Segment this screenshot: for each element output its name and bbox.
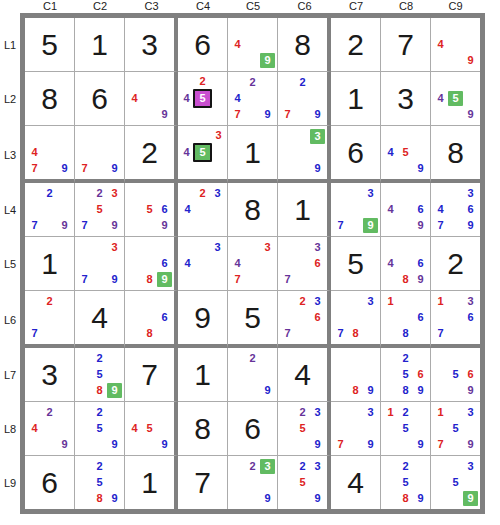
cell-value: 1 (228, 126, 277, 179)
candidate-4: 4 (180, 255, 195, 271)
candidate-2: 2 (92, 404, 107, 420)
candidate-1: 1 (383, 404, 398, 420)
cell-L7C1[interactable]: 3 (25, 348, 75, 402)
cell-value: 6 (331, 126, 380, 179)
cell-value: 6 (25, 456, 74, 509)
candidate-7: 7 (230, 107, 245, 123)
candidate-6: 6 (157, 255, 172, 271)
cell-value: 1 (25, 237, 74, 290)
candidate-9: 9 (157, 107, 172, 123)
cell-L8C6[interactable]: 2359 (278, 402, 331, 456)
candidate-7: 7 (27, 161, 42, 177)
candidate-5: 5 (448, 474, 463, 490)
candidate-8: 8 (348, 326, 363, 342)
cell-L4C5[interactable]: 8 (228, 183, 278, 237)
candidate-1: 1 (433, 404, 448, 420)
cell-L9C6[interactable]: 2359 (278, 456, 331, 509)
cell-L9C2[interactable]: 2589 (75, 456, 125, 509)
cell-value: 3 (125, 18, 174, 71)
cell-value: 8 (431, 126, 480, 179)
cell-L9C4[interactable]: 7 (178, 456, 228, 509)
cell-value: 6 (178, 18, 227, 71)
cell-L5C7[interactable]: 5 (331, 237, 381, 291)
candidate-grid: 367 (278, 237, 327, 290)
candidate-grid: 279 (278, 72, 327, 125)
candidate-4: 4 (180, 201, 195, 217)
cell-L9C1[interactable]: 6 (25, 456, 75, 509)
candidate-grid: 259 (75, 402, 124, 455)
candidate-3: 3 (463, 458, 478, 474)
cell-value: 4 (75, 291, 124, 344)
cell-L5C8[interactable]: 4689 (381, 237, 431, 291)
candidate-4: 4 (27, 420, 42, 436)
candidate-7: 7 (27, 326, 42, 342)
cell-L1C8[interactable]: 7 (381, 18, 431, 72)
candidate-8: 8 (92, 491, 107, 507)
candidate-9: 9 (260, 107, 275, 123)
row-label-L5: L5 (0, 237, 20, 291)
candidate-9: 9 (260, 383, 275, 399)
cell-value: 1 (125, 456, 174, 509)
candidate-2: 2 (245, 350, 260, 366)
candidate-9: 9 (57, 218, 72, 234)
cell-value: 2 (125, 126, 174, 179)
cell-L3C1[interactable]: 479 (25, 126, 75, 183)
candidate-6: 6 (413, 309, 428, 325)
candidate-grid: 379 (331, 183, 380, 236)
candidate-grid: 469 (381, 183, 430, 236)
candidate-4: 4 (433, 201, 448, 217)
candidate-grid: 379 (75, 237, 124, 290)
cell-L6C7[interactable]: 378 (331, 291, 381, 348)
cell-L6C9[interactable]: 1367 (431, 291, 480, 348)
candidate-grid: 459 (431, 72, 480, 125)
candidate-6: 6 (413, 366, 428, 382)
cell-value: 5 (25, 18, 74, 71)
candidate-9: 9 (107, 383, 122, 398)
candidate-7: 7 (433, 437, 448, 453)
cell-L8C5[interactable]: 6 (228, 402, 278, 456)
col-label-C6: C6 (278, 0, 331, 13)
candidate-3: 3 (363, 404, 378, 420)
cell-L6C4[interactable]: 9 (178, 291, 228, 348)
cell-L9C3[interactable]: 1 (125, 456, 178, 509)
candidate-9: 9 (310, 491, 325, 507)
row-label-L3: L3 (0, 126, 20, 183)
candidate-9: 9 (310, 161, 325, 177)
row-label-L8: L8 (0, 402, 20, 456)
candidate-9: 9 (413, 218, 428, 234)
candidate-5: 5 (448, 420, 463, 436)
candidate-9: 9 (260, 53, 275, 68)
candidate-4: 4 (230, 36, 245, 52)
candidate-2: 2 (42, 293, 57, 309)
cell-value: 9 (178, 291, 227, 344)
candidate-2: 2 (42, 404, 57, 420)
candidate-6: 6 (463, 366, 478, 382)
cell-L2C9[interactable]: 459 (431, 72, 480, 126)
candidate-5: 5 (398, 474, 413, 490)
cell-L7C9[interactable]: 569 (431, 348, 480, 402)
cell-value: 1 (75, 18, 124, 71)
cell-L7C6[interactable]: 4 (278, 348, 331, 402)
cell-L6C8[interactable]: 168 (381, 291, 431, 348)
row-labels: L1L2L3L4L5L6L7L8L9 (0, 18, 20, 509)
candidate-7: 7 (77, 161, 92, 177)
candidate-grid: 2589 (381, 456, 430, 509)
cell-L8C4[interactable]: 8 (178, 402, 228, 456)
cell-L3C9[interactable]: 8 (431, 126, 480, 183)
candidate-grid: 249 (25, 402, 74, 455)
cell-L7C4[interactable]: 1 (178, 348, 228, 402)
candidate-7: 7 (230, 272, 245, 288)
candidate-7: 7 (27, 218, 42, 234)
cell-L6C3[interactable]: 68 (125, 291, 178, 348)
cell-value: 6 (228, 402, 277, 455)
cell-L6C1[interactable]: 27 (25, 291, 75, 348)
candidate-2: 2 (92, 350, 107, 366)
candidate-grid: 49 (431, 18, 480, 71)
candidate-9: 9 (463, 383, 478, 399)
cell-L5C1[interactable]: 1 (25, 237, 75, 291)
candidate-8: 8 (142, 272, 157, 288)
cell-value: 5 (228, 291, 277, 344)
cell-L9C5[interactable]: 239 (228, 456, 278, 509)
candidate-2: 2 (398, 350, 413, 366)
candidate-grid: 279 (25, 183, 74, 236)
cell-L7C8[interactable]: 25689 (381, 348, 431, 402)
cell-L7C2[interactable]: 2589 (75, 348, 125, 402)
candidate-9: 9 (463, 53, 478, 69)
cell-L8C1[interactable]: 249 (25, 402, 75, 456)
cell-L8C2[interactable]: 259 (75, 402, 125, 456)
cell-L5C3[interactable]: 689 (125, 237, 178, 291)
candidate-3: 3 (463, 185, 478, 201)
candidate-grid: 34679 (431, 183, 480, 236)
candidate-9: 9 (463, 107, 478, 123)
cell-L8C9[interactable]: 13579 (431, 402, 480, 456)
candidate-grid: 23579 (75, 183, 124, 236)
candidate-3: 3 (212, 128, 225, 143)
candidate-6: 6 (310, 255, 325, 271)
candidate-grid: 2589 (75, 456, 124, 509)
candidate-5: 5 (448, 91, 463, 106)
candidate-9: 9 (463, 437, 478, 453)
candidate-grid: 89 (331, 348, 380, 401)
candidate-grid: 234 (178, 183, 227, 236)
cell-L4C8[interactable]: 469 (381, 183, 431, 237)
cell-L3C2[interactable]: 79 (75, 126, 125, 183)
candidate-3: 3 (363, 185, 378, 201)
candidate-2: 2 (295, 404, 310, 420)
cell-L3C4[interactable]: 345 (178, 126, 228, 183)
candidate-grid: 359 (431, 456, 480, 509)
candidate-3: 3 (260, 459, 275, 474)
cell-L2C2[interactable]: 6 (75, 72, 125, 126)
cell-L5C6[interactable]: 367 (278, 237, 331, 291)
candidate-9: 9 (363, 383, 378, 399)
candidate-grid: 378 (331, 291, 380, 344)
candidate-6: 6 (157, 201, 172, 217)
cell-L6C6[interactable]: 2367 (278, 291, 331, 348)
candidate-9: 9 (413, 161, 428, 177)
candidate-4: 4 (180, 143, 193, 162)
cell-value: 2 (331, 18, 380, 71)
candidate-8: 8 (398, 491, 413, 507)
cell-L5C5[interactable]: 347 (228, 237, 278, 291)
row-label-L6: L6 (0, 291, 20, 348)
candidate-8: 8 (398, 272, 413, 288)
candidate-3: 3 (210, 239, 225, 255)
candidate-2: 2 (245, 458, 260, 474)
candidate-9: 9 (463, 491, 478, 506)
cell-L3C3[interactable]: 2 (125, 126, 178, 183)
candidate-grid: 29 (228, 348, 277, 401)
candidate-grid: 39 (278, 126, 327, 179)
candidate-9: 9 (107, 218, 122, 234)
col-label-C9: C9 (431, 0, 480, 13)
candidate-6: 6 (463, 201, 478, 217)
candidate-7: 7 (333, 437, 348, 453)
col-label-C3: C3 (125, 0, 178, 13)
candidate-9: 9 (107, 491, 122, 507)
candidate-4: 4 (383, 144, 398, 160)
row-label-L2: L2 (0, 72, 20, 126)
candidate-8: 8 (142, 326, 157, 342)
candidate-2: 2 (295, 74, 310, 90)
cell-L4C4[interactable]: 234 (178, 183, 228, 237)
cell-L6C2[interactable]: 4 (75, 291, 125, 348)
candidate-5: 5 (92, 366, 107, 382)
cell-value: 8 (178, 402, 227, 455)
candidate-5: 5 (142, 420, 157, 436)
cell-L2C8[interactable]: 3 (381, 72, 431, 126)
row-label-L9: L9 (0, 456, 20, 509)
cell-L3C7[interactable]: 6 (331, 126, 381, 183)
candidate-9: 9 (107, 437, 122, 453)
candidate-9: 9 (413, 491, 428, 507)
col-label-C8: C8 (381, 0, 431, 13)
candidate-5: 5 (398, 144, 413, 160)
candidate-5: 5 (448, 366, 463, 382)
cell-value: 8 (25, 72, 74, 125)
candidate-9: 9 (260, 491, 275, 507)
candidate-9: 9 (413, 437, 428, 453)
cell-L1C2[interactable]: 1 (75, 18, 125, 72)
candidate-9: 9 (157, 437, 172, 453)
cell-L3C8[interactable]: 459 (381, 126, 431, 183)
cell-L1C7[interactable]: 2 (331, 18, 381, 72)
cell-value: 8 (228, 183, 277, 236)
candidate-5: 5 (92, 474, 107, 490)
cell-L8C7[interactable]: 379 (331, 402, 381, 456)
row-label-L7: L7 (0, 348, 20, 402)
cell-L7C5[interactable]: 29 (228, 348, 278, 402)
candidate-2: 2 (398, 404, 413, 420)
candidate-3: 3 (310, 404, 325, 420)
cell-L4C1[interactable]: 279 (25, 183, 75, 237)
cell-L2C4[interactable]: 245 (178, 72, 228, 126)
candidate-4: 4 (127, 420, 142, 436)
candidate-4: 4 (433, 90, 448, 106)
cell-L1C1[interactable]: 5 (25, 18, 75, 72)
cell-value: 4 (278, 348, 327, 401)
candidate-8: 8 (398, 383, 413, 399)
candidate-9: 9 (413, 272, 428, 288)
cell-L9C7[interactable]: 4 (331, 456, 381, 509)
candidate-4: 4 (383, 201, 398, 217)
candidate-grid: 479 (25, 126, 74, 179)
cell-L8C3[interactable]: 459 (125, 402, 178, 456)
candidate-grid: 79 (75, 126, 124, 179)
candidate-3: 3 (107, 239, 122, 255)
candidate-5: 5 (295, 474, 310, 490)
candidate-2: 2 (398, 458, 413, 474)
candidate-grid: 239 (228, 456, 277, 509)
cell-value: 8 (278, 18, 327, 71)
candidate-6: 6 (413, 201, 428, 217)
candidate-grid: 569 (431, 348, 480, 401)
cell-L9C9[interactable]: 359 (431, 456, 480, 509)
cell-L2C6[interactable]: 279 (278, 72, 331, 126)
candidate-7: 7 (433, 218, 448, 234)
candidate-4: 4 (383, 255, 398, 271)
candidate-5: 5 (398, 366, 413, 382)
candidate-grid: 25689 (381, 348, 430, 401)
cell-L7C3[interactable]: 7 (125, 348, 178, 402)
cell-value: 2 (431, 237, 480, 290)
candidate-8: 8 (92, 383, 107, 399)
candidate-grid: 245 (178, 72, 227, 125)
cell-L2C1[interactable]: 8 (25, 72, 75, 126)
cell-value: 7 (381, 18, 430, 71)
candidate-7: 7 (333, 218, 348, 234)
candidate-9: 9 (463, 218, 478, 234)
candidate-grid: 2359 (278, 402, 327, 455)
candidate-9: 9 (157, 272, 172, 287)
candidate-grid: 2359 (278, 456, 327, 509)
candidate-9: 9 (363, 437, 378, 453)
candidate-2: 2 (42, 185, 57, 201)
cell-value: 1 (331, 72, 380, 125)
candidate-2: 2 (195, 185, 210, 201)
candidate-1: 1 (433, 293, 448, 309)
column-labels: C1C2C3C4C5C6C7C8C9 (25, 0, 480, 13)
cell-L5C2[interactable]: 379 (75, 237, 125, 291)
candidate-6: 6 (157, 309, 172, 325)
cell-L2C3[interactable]: 49 (125, 72, 178, 126)
cell-L3C6[interactable]: 39 (278, 126, 331, 183)
candidate-grid: 379 (331, 402, 380, 455)
cell-L1C4[interactable]: 6 (178, 18, 228, 72)
cell-L9C8[interactable]: 2589 (381, 456, 431, 509)
candidate-4: 4 (180, 89, 193, 108)
candidate-grid: 68 (125, 291, 174, 344)
candidate-grid: 459 (125, 402, 174, 455)
candidate-grid: 689 (125, 237, 174, 290)
candidate-grid: 2367 (278, 291, 327, 344)
candidate-7: 7 (333, 326, 348, 342)
candidate-9: 9 (413, 383, 428, 399)
cell-L1C9[interactable]: 49 (431, 18, 480, 72)
cell-L3C5[interactable]: 1 (228, 126, 278, 183)
candidate-grid: 49 (228, 18, 277, 71)
candidate-3: 3 (310, 458, 325, 474)
candidate-grid: 1367 (431, 291, 480, 344)
candidate-5: 5 (398, 420, 413, 436)
candidate-8: 8 (348, 383, 363, 399)
candidate-3: 3 (310, 239, 325, 255)
cell-L1C6[interactable]: 8 (278, 18, 331, 72)
candidate-3: 3 (463, 404, 478, 420)
cell-L7C7[interactable]: 89 (331, 348, 381, 402)
candidate-grid: 49 (125, 72, 174, 125)
candidate-grid: 347 (228, 237, 277, 290)
candidate-4: 4 (230, 255, 245, 271)
candidate-9: 9 (57, 161, 72, 177)
cell-L1C5[interactable]: 49 (228, 18, 278, 72)
candidate-grid: 27 (25, 291, 74, 344)
candidate-7: 7 (280, 326, 295, 342)
cell-L2C5[interactable]: 2479 (228, 72, 278, 126)
cell-L4C7[interactable]: 379 (331, 183, 381, 237)
candidate-5: 5 (193, 143, 212, 162)
candidate-3: 3 (260, 239, 275, 255)
cell-L6C5[interactable]: 5 (228, 291, 278, 348)
candidate-9: 9 (107, 161, 122, 177)
cell-L2C7[interactable]: 1 (331, 72, 381, 126)
candidate-grid: 13579 (431, 402, 480, 455)
candidate-8: 8 (398, 326, 413, 342)
cell-L4C6[interactable]: 1 (278, 183, 331, 237)
candidate-9: 9 (310, 437, 325, 453)
candidate-3: 3 (107, 185, 122, 201)
candidate-5: 5 (92, 420, 107, 436)
cell-L5C9[interactable]: 2 (431, 237, 480, 291)
row-label-L1: L1 (0, 18, 20, 72)
candidate-2: 2 (295, 458, 310, 474)
cell-value: 7 (178, 456, 227, 509)
col-label-C2: C2 (75, 0, 125, 13)
candidate-2: 2 (92, 458, 107, 474)
cell-L8C8[interactable]: 1259 (381, 402, 431, 456)
candidate-7: 7 (280, 272, 295, 288)
candidate-3: 3 (210, 185, 225, 201)
candidate-grid: 2479 (228, 72, 277, 125)
candidate-5: 5 (193, 89, 212, 108)
col-label-C4: C4 (178, 0, 228, 13)
cell-L5C4[interactable]: 34 (178, 237, 228, 291)
candidate-grid: 2589 (75, 348, 124, 401)
candidate-7: 7 (280, 107, 295, 123)
cell-value: 1 (178, 348, 227, 401)
candidate-grid: 4689 (381, 237, 430, 290)
cell-L4C2[interactable]: 23579 (75, 183, 125, 237)
cell-value: 7 (125, 348, 174, 401)
candidate-9: 9 (363, 218, 378, 233)
candidate-grid: 569 (125, 183, 174, 236)
candidate-5: 5 (92, 201, 107, 217)
candidate-9: 9 (310, 107, 325, 123)
cell-L4C3[interactable]: 569 (125, 183, 178, 237)
candidate-2: 2 (295, 293, 310, 309)
candidate-3: 3 (363, 293, 378, 309)
candidate-6: 6 (310, 309, 325, 325)
cell-L1C3[interactable]: 3 (125, 18, 178, 72)
cell-value: 1 (278, 183, 327, 236)
cell-L4C9[interactable]: 34679 (431, 183, 480, 237)
row-label-L4: L4 (0, 183, 20, 237)
